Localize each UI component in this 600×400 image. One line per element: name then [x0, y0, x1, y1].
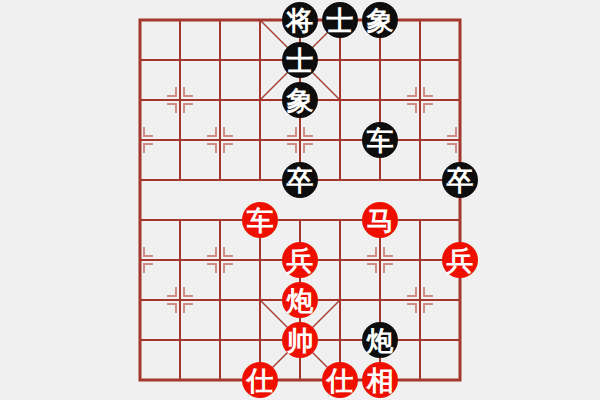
piece-red-advisor[interactable]: 仕 — [242, 362, 278, 398]
xiangqi-board-area: 将士象士象车卒卒车马兵兵炮帅炮仕仕相 — [0, 0, 600, 400]
piece-red-soldier[interactable]: 兵 — [282, 242, 318, 278]
piece-red-chariot[interactable]: 车 — [242, 202, 278, 238]
piece-red-advisor[interactable]: 仕 — [322, 362, 358, 398]
piece-black-elephant[interactable]: 象 — [282, 82, 318, 118]
piece-black-advisor[interactable]: 士 — [282, 42, 318, 78]
piece-black-soldier[interactable]: 卒 — [282, 162, 318, 198]
piece-red-horse[interactable]: 马 — [362, 202, 398, 238]
piece-black-general[interactable]: 将 — [282, 2, 318, 38]
piece-black-chariot[interactable]: 车 — [362, 122, 398, 158]
piece-red-elephant[interactable]: 相 — [362, 362, 398, 398]
piece-red-cannon[interactable]: 炮 — [282, 282, 318, 318]
piece-black-advisor[interactable]: 士 — [322, 2, 358, 38]
piece-black-elephant[interactable]: 象 — [362, 2, 398, 38]
piece-red-general[interactable]: 帅 — [282, 322, 318, 358]
pieces-layer: 将士象士象车卒卒车马兵兵炮帅炮仕仕相 — [120, 0, 480, 400]
piece-red-soldier[interactable]: 兵 — [442, 242, 478, 278]
piece-black-cannon[interactable]: 炮 — [362, 322, 398, 358]
piece-black-soldier[interactable]: 卒 — [442, 162, 478, 198]
